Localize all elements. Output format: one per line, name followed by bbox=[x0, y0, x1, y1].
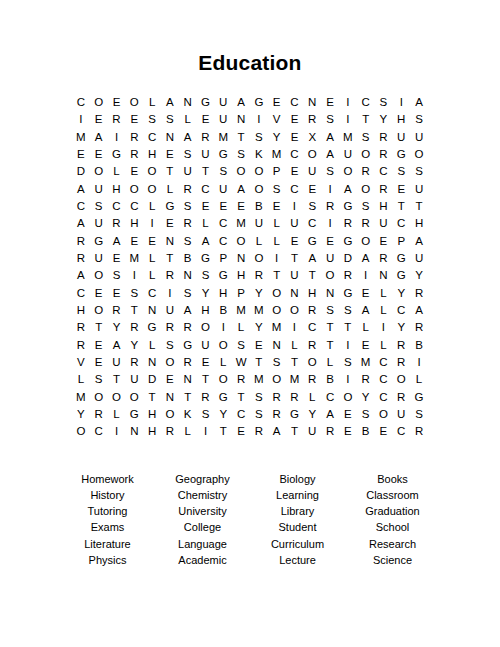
grid-cell-r20c1[interactable]: O bbox=[72, 424, 90, 441]
grid-cell-r18c4[interactable]: O bbox=[125, 389, 143, 406]
grid-cell-r10c15[interactable]: U bbox=[321, 250, 339, 267]
grid-cell-r19c12[interactable]: R bbox=[268, 406, 286, 423]
grid-cell-r18c12[interactable]: R bbox=[268, 389, 286, 406]
grid-cell-r4c7[interactable]: S bbox=[179, 146, 197, 163]
grid-cell-r6c7[interactable]: R bbox=[179, 181, 197, 198]
grid-cell-r6c17[interactable]: O bbox=[357, 181, 375, 198]
grid-cell-r7c2[interactable]: S bbox=[90, 198, 108, 215]
grid-cell-r15c12[interactable]: N bbox=[268, 337, 286, 354]
grid-cell-r6c6[interactable]: L bbox=[161, 181, 179, 198]
grid-cell-r2c3[interactable]: R bbox=[108, 111, 126, 128]
grid-cell-r9c18[interactable]: E bbox=[375, 233, 393, 250]
grid-cell-r3c2[interactable]: A bbox=[90, 129, 108, 146]
grid-cell-r18c15[interactable]: C bbox=[321, 389, 339, 406]
grid-cell-r11c6[interactable]: R bbox=[161, 267, 179, 284]
grid-cell-r12c10[interactable]: P bbox=[232, 285, 250, 302]
grid-cell-r11c1[interactable]: A bbox=[72, 267, 90, 284]
grid-cell-r19c10[interactable]: C bbox=[232, 406, 250, 423]
grid-cell-r4c3[interactable]: G bbox=[108, 146, 126, 163]
grid-cell-r18c3[interactable]: O bbox=[108, 389, 126, 406]
grid-cell-r10c20[interactable]: U bbox=[410, 250, 428, 267]
grid-cell-r3c18[interactable]: R bbox=[375, 129, 393, 146]
grid-cell-r12c4[interactable]: S bbox=[125, 285, 143, 302]
grid-cell-r18c9[interactable]: G bbox=[214, 389, 232, 406]
grid-cell-r5c15[interactable]: S bbox=[321, 163, 339, 180]
grid-cell-r11c13[interactable]: U bbox=[286, 267, 304, 284]
grid-cell-r17c9[interactable]: O bbox=[214, 372, 232, 389]
grid-cell-r6c13[interactable]: C bbox=[286, 181, 304, 198]
grid-cell-r14c6[interactable]: R bbox=[161, 319, 179, 336]
grid-cell-r14c3[interactable]: Y bbox=[108, 319, 126, 336]
grid-cell-r20c6[interactable]: R bbox=[161, 424, 179, 441]
grid-cell-r5c19[interactable]: S bbox=[392, 163, 410, 180]
grid-cell-r10c5[interactable]: L bbox=[143, 250, 161, 267]
grid-cell-r2c1[interactable]: I bbox=[72, 111, 90, 128]
grid-cell-r19c4[interactable]: G bbox=[125, 406, 143, 423]
grid-cell-r1c20[interactable]: A bbox=[410, 94, 428, 111]
grid-cell-r4c20[interactable]: O bbox=[410, 146, 428, 163]
grid-cell-r8c2[interactable]: U bbox=[90, 215, 108, 232]
grid-cell-r13c7[interactable]: A bbox=[179, 302, 197, 319]
grid-cell-r18c10[interactable]: T bbox=[232, 389, 250, 406]
grid-cell-r17c4[interactable]: U bbox=[125, 372, 143, 389]
grid-cell-r3c4[interactable]: R bbox=[125, 129, 143, 146]
grid-cell-r10c16[interactable]: D bbox=[339, 250, 357, 267]
grid-cell-r20c19[interactable]: C bbox=[392, 424, 410, 441]
grid-cell-r16c2[interactable]: E bbox=[90, 354, 108, 371]
grid-cell-r8c11[interactable]: U bbox=[250, 215, 268, 232]
grid-cell-r4c19[interactable]: G bbox=[392, 146, 410, 163]
grid-cell-r17c3[interactable]: T bbox=[108, 372, 126, 389]
grid-cell-r2c2[interactable]: E bbox=[90, 111, 108, 128]
grid-cell-r3c7[interactable]: A bbox=[179, 129, 197, 146]
grid-cell-r14c10[interactable]: L bbox=[232, 319, 250, 336]
grid-cell-r6c1[interactable]: A bbox=[72, 181, 90, 198]
grid-cell-r8c6[interactable]: E bbox=[161, 215, 179, 232]
grid-cell-r6c4[interactable]: O bbox=[125, 181, 143, 198]
grid-cell-r13c6[interactable]: U bbox=[161, 302, 179, 319]
grid-cell-r18c7[interactable]: T bbox=[179, 389, 197, 406]
grid-cell-r15c16[interactable]: I bbox=[339, 337, 357, 354]
grid-cell-r12c13[interactable]: N bbox=[286, 285, 304, 302]
grid-cell-r3c1[interactable]: M bbox=[72, 129, 90, 146]
grid-cell-r11c8[interactable]: S bbox=[197, 267, 215, 284]
grid-cell-r14c4[interactable]: R bbox=[125, 319, 143, 336]
grid-cell-r15c5[interactable]: L bbox=[143, 337, 161, 354]
grid-cell-r19c8[interactable]: S bbox=[197, 406, 215, 423]
grid-cell-r7c8[interactable]: E bbox=[197, 198, 215, 215]
grid-cell-r4c15[interactable]: A bbox=[321, 146, 339, 163]
grid-cell-r8c5[interactable]: I bbox=[143, 215, 161, 232]
grid-cell-r9c20[interactable]: A bbox=[410, 233, 428, 250]
grid-cell-r17c7[interactable]: N bbox=[179, 372, 197, 389]
grid-cell-r14c17[interactable]: L bbox=[357, 319, 375, 336]
grid-cell-r16c7[interactable]: R bbox=[179, 354, 197, 371]
grid-cell-r15c20[interactable]: B bbox=[410, 337, 428, 354]
grid-cell-r2c15[interactable]: S bbox=[321, 111, 339, 128]
grid-cell-r7c7[interactable]: S bbox=[179, 198, 197, 215]
grid-cell-r11c5[interactable]: L bbox=[143, 267, 161, 284]
grid-cell-r1c18[interactable]: S bbox=[375, 94, 393, 111]
grid-cell-r11c9[interactable]: G bbox=[214, 267, 232, 284]
grid-cell-r19c6[interactable]: O bbox=[161, 406, 179, 423]
grid-cell-r2c7[interactable]: L bbox=[179, 111, 197, 128]
grid-cell-r12c8[interactable]: Y bbox=[197, 285, 215, 302]
grid-cell-r8c1[interactable]: A bbox=[72, 215, 90, 232]
grid-cell-r14c11[interactable]: Y bbox=[250, 319, 268, 336]
grid-cell-r9c5[interactable]: E bbox=[143, 233, 161, 250]
grid-cell-r15c8[interactable]: U bbox=[197, 337, 215, 354]
grid-cell-r13c12[interactable]: O bbox=[268, 302, 286, 319]
grid-cell-r1c10[interactable]: A bbox=[232, 94, 250, 111]
grid-cell-r18c20[interactable]: G bbox=[410, 389, 428, 406]
grid-cell-r14c2[interactable]: T bbox=[90, 319, 108, 336]
grid-cell-r4c5[interactable]: H bbox=[143, 146, 161, 163]
grid-cell-r20c18[interactable]: E bbox=[375, 424, 393, 441]
grid-cell-r2c12[interactable]: V bbox=[268, 111, 286, 128]
grid-cell-r20c16[interactable]: E bbox=[339, 424, 357, 441]
grid-cell-r3c11[interactable]: S bbox=[250, 129, 268, 146]
grid-cell-r8c18[interactable]: U bbox=[375, 215, 393, 232]
grid-cell-r15c6[interactable]: S bbox=[161, 337, 179, 354]
grid-cell-r2c8[interactable]: E bbox=[197, 111, 215, 128]
grid-cell-r6c9[interactable]: U bbox=[214, 181, 232, 198]
grid-cell-r2c9[interactable]: U bbox=[214, 111, 232, 128]
grid-cell-r18c14[interactable]: L bbox=[303, 389, 321, 406]
grid-cell-r4c13[interactable]: C bbox=[286, 146, 304, 163]
grid-cell-r14c7[interactable]: R bbox=[179, 319, 197, 336]
grid-cell-r18c16[interactable]: O bbox=[339, 389, 357, 406]
grid-cell-r4c16[interactable]: U bbox=[339, 146, 357, 163]
grid-cell-r5c6[interactable]: T bbox=[161, 163, 179, 180]
grid-cell-r6c3[interactable]: H bbox=[108, 181, 126, 198]
grid-cell-r14c20[interactable]: R bbox=[410, 319, 428, 336]
grid-cell-r9c15[interactable]: E bbox=[321, 233, 339, 250]
grid-cell-r13c4[interactable]: T bbox=[125, 302, 143, 319]
grid-cell-r2c6[interactable]: S bbox=[161, 111, 179, 128]
grid-cell-r15c1[interactable]: R bbox=[72, 337, 90, 354]
grid-cell-r6c8[interactable]: C bbox=[197, 181, 215, 198]
grid-cell-r20c13[interactable]: T bbox=[286, 424, 304, 441]
grid-cell-r11c3[interactable]: S bbox=[108, 267, 126, 284]
grid-cell-r4c9[interactable]: G bbox=[214, 146, 232, 163]
grid-cell-r18c5[interactable]: T bbox=[143, 389, 161, 406]
grid-cell-r16c4[interactable]: R bbox=[125, 354, 143, 371]
grid-cell-r13c5[interactable]: N bbox=[143, 302, 161, 319]
grid-cell-r17c13[interactable]: M bbox=[286, 372, 304, 389]
grid-cell-r11c2[interactable]: O bbox=[90, 267, 108, 284]
grid-cell-r3c10[interactable]: T bbox=[232, 129, 250, 146]
grid-cell-r18c8[interactable]: R bbox=[197, 389, 215, 406]
grid-cell-r16c18[interactable]: C bbox=[375, 354, 393, 371]
grid-cell-r7c3[interactable]: C bbox=[108, 198, 126, 215]
grid-cell-r19c2[interactable]: R bbox=[90, 406, 108, 423]
grid-cell-r19c20[interactable]: S bbox=[410, 406, 428, 423]
grid-cell-r6c11[interactable]: O bbox=[250, 181, 268, 198]
grid-cell-r19c15[interactable]: A bbox=[321, 406, 339, 423]
grid-cell-r13c1[interactable]: H bbox=[72, 302, 90, 319]
grid-cell-r12c16[interactable]: G bbox=[339, 285, 357, 302]
grid-cell-r8c4[interactable]: H bbox=[125, 215, 143, 232]
grid-cell-r3c13[interactable]: E bbox=[286, 129, 304, 146]
grid-cell-r3c15[interactable]: A bbox=[321, 129, 339, 146]
grid-cell-r18c18[interactable]: C bbox=[375, 389, 393, 406]
grid-cell-r5c8[interactable]: T bbox=[197, 163, 215, 180]
grid-cell-r8c19[interactable]: C bbox=[392, 215, 410, 232]
grid-cell-r7c9[interactable]: E bbox=[214, 198, 232, 215]
grid-cell-r4c18[interactable]: R bbox=[375, 146, 393, 163]
grid-cell-r17c5[interactable]: D bbox=[143, 372, 161, 389]
grid-cell-r5c10[interactable]: O bbox=[232, 163, 250, 180]
grid-cell-r20c3[interactable]: I bbox=[108, 424, 126, 441]
grid-cell-r9c16[interactable]: G bbox=[339, 233, 357, 250]
grid-cell-r1c17[interactable]: C bbox=[357, 94, 375, 111]
grid-cell-r2c20[interactable]: S bbox=[410, 111, 428, 128]
grid-cell-r12c19[interactable]: Y bbox=[392, 285, 410, 302]
grid-cell-r5c9[interactable]: S bbox=[214, 163, 232, 180]
grid-cell-r2c13[interactable]: E bbox=[286, 111, 304, 128]
grid-cell-r20c5[interactable]: H bbox=[143, 424, 161, 441]
grid-cell-r1c5[interactable]: L bbox=[143, 94, 161, 111]
grid-cell-r20c4[interactable]: N bbox=[125, 424, 143, 441]
grid-cell-r7c16[interactable]: G bbox=[339, 198, 357, 215]
grid-cell-r16c19[interactable]: R bbox=[392, 354, 410, 371]
grid-cell-r13c11[interactable]: M bbox=[250, 302, 268, 319]
grid-cell-r17c20[interactable]: L bbox=[410, 372, 428, 389]
grid-cell-r16c3[interactable]: U bbox=[108, 354, 126, 371]
grid-cell-r8c17[interactable]: R bbox=[357, 215, 375, 232]
grid-cell-r11c15[interactable]: O bbox=[321, 267, 339, 284]
grid-cell-r13c15[interactable]: S bbox=[321, 302, 339, 319]
grid-cell-r17c18[interactable]: C bbox=[375, 372, 393, 389]
grid-cell-r4c11[interactable]: K bbox=[250, 146, 268, 163]
grid-cell-r14c18[interactable]: I bbox=[375, 319, 393, 336]
grid-cell-r8c12[interactable]: L bbox=[268, 215, 286, 232]
grid-cell-r17c19[interactable]: O bbox=[392, 372, 410, 389]
grid-cell-r4c6[interactable]: E bbox=[161, 146, 179, 163]
grid-cell-r19c13[interactable]: G bbox=[286, 406, 304, 423]
grid-cell-r14c1[interactable]: R bbox=[72, 319, 90, 336]
grid-cell-r8c13[interactable]: U bbox=[286, 215, 304, 232]
grid-cell-r1c12[interactable]: E bbox=[268, 94, 286, 111]
grid-cell-r18c2[interactable]: O bbox=[90, 389, 108, 406]
grid-cell-r16c11[interactable]: T bbox=[250, 354, 268, 371]
grid-cell-r11c16[interactable]: R bbox=[339, 267, 357, 284]
grid-cell-r17c11[interactable]: M bbox=[250, 372, 268, 389]
grid-cell-r10c13[interactable]: T bbox=[286, 250, 304, 267]
grid-cell-r16c17[interactable]: M bbox=[357, 354, 375, 371]
grid-cell-r16c6[interactable]: O bbox=[161, 354, 179, 371]
grid-cell-r1c11[interactable]: G bbox=[250, 94, 268, 111]
grid-cell-r7c14[interactable]: S bbox=[303, 198, 321, 215]
grid-cell-r10c2[interactable]: U bbox=[90, 250, 108, 267]
grid-cell-r18c11[interactable]: S bbox=[250, 389, 268, 406]
grid-cell-r1c16[interactable]: I bbox=[339, 94, 357, 111]
grid-cell-r4c1[interactable]: E bbox=[72, 146, 90, 163]
grid-cell-r12c18[interactable]: L bbox=[375, 285, 393, 302]
grid-cell-r17c6[interactable]: E bbox=[161, 372, 179, 389]
grid-cell-r9c1[interactable]: R bbox=[72, 233, 90, 250]
grid-cell-r2c19[interactable]: H bbox=[392, 111, 410, 128]
grid-cell-r12c6[interactable]: I bbox=[161, 285, 179, 302]
grid-cell-r15c7[interactable]: G bbox=[179, 337, 197, 354]
grid-cell-r12c9[interactable]: H bbox=[214, 285, 232, 302]
grid-cell-r8c15[interactable]: I bbox=[321, 215, 339, 232]
grid-cell-r5c4[interactable]: E bbox=[125, 163, 143, 180]
grid-cell-r14c12[interactable]: M bbox=[268, 319, 286, 336]
grid-cell-r13c2[interactable]: O bbox=[90, 302, 108, 319]
grid-cell-r5c12[interactable]: P bbox=[268, 163, 286, 180]
grid-cell-r10c14[interactable]: A bbox=[303, 250, 321, 267]
grid-cell-r7c10[interactable]: E bbox=[232, 198, 250, 215]
grid-cell-r9c11[interactable]: L bbox=[250, 233, 268, 250]
grid-cell-r10c8[interactable]: G bbox=[197, 250, 215, 267]
grid-cell-r9c12[interactable]: L bbox=[268, 233, 286, 250]
grid-cell-r10c17[interactable]: A bbox=[357, 250, 375, 267]
grid-cell-r12c20[interactable]: R bbox=[410, 285, 428, 302]
grid-cell-r3c5[interactable]: C bbox=[143, 129, 161, 146]
grid-cell-r4c4[interactable]: R bbox=[125, 146, 143, 163]
grid-cell-r1c15[interactable]: E bbox=[321, 94, 339, 111]
grid-cell-r14c5[interactable]: G bbox=[143, 319, 161, 336]
grid-cell-r12c12[interactable]: O bbox=[268, 285, 286, 302]
grid-cell-r4c2[interactable]: E bbox=[90, 146, 108, 163]
grid-cell-r19c18[interactable]: O bbox=[375, 406, 393, 423]
grid-cell-r15c9[interactable]: O bbox=[214, 337, 232, 354]
grid-cell-r7c1[interactable]: C bbox=[72, 198, 90, 215]
grid-cell-r6c2[interactable]: U bbox=[90, 181, 108, 198]
grid-cell-r5c3[interactable]: L bbox=[108, 163, 126, 180]
grid-cell-r5c1[interactable]: D bbox=[72, 163, 90, 180]
grid-cell-r7c11[interactable]: B bbox=[250, 198, 268, 215]
grid-cell-r9c13[interactable]: E bbox=[286, 233, 304, 250]
grid-cell-r9c14[interactable]: G bbox=[303, 233, 321, 250]
grid-cell-r5c2[interactable]: O bbox=[90, 163, 108, 180]
grid-cell-r13c9[interactable]: B bbox=[214, 302, 232, 319]
grid-cell-r11c18[interactable]: N bbox=[375, 267, 393, 284]
grid-cell-r11c11[interactable]: R bbox=[250, 267, 268, 284]
grid-cell-r18c1[interactable]: M bbox=[72, 389, 90, 406]
grid-cell-r6c10[interactable]: A bbox=[232, 181, 250, 198]
grid-cell-r8c8[interactable]: L bbox=[197, 215, 215, 232]
grid-cell-r2c4[interactable]: E bbox=[125, 111, 143, 128]
grid-cell-r11c14[interactable]: T bbox=[303, 267, 321, 284]
grid-cell-r15c13[interactable]: L bbox=[286, 337, 304, 354]
grid-cell-r5c16[interactable]: O bbox=[339, 163, 357, 180]
grid-cell-r8c10[interactable]: M bbox=[232, 215, 250, 232]
grid-cell-r4c10[interactable]: S bbox=[232, 146, 250, 163]
grid-cell-r10c6[interactable]: T bbox=[161, 250, 179, 267]
grid-cell-r12c3[interactable]: E bbox=[108, 285, 126, 302]
grid-cell-r19c11[interactable]: S bbox=[250, 406, 268, 423]
grid-cell-r10c1[interactable]: R bbox=[72, 250, 90, 267]
grid-cell-r17c1[interactable]: L bbox=[72, 372, 90, 389]
grid-cell-r15c18[interactable]: L bbox=[375, 337, 393, 354]
grid-cell-r14c14[interactable]: C bbox=[303, 319, 321, 336]
grid-cell-r13c18[interactable]: L bbox=[375, 302, 393, 319]
grid-cell-r19c14[interactable]: Y bbox=[303, 406, 321, 423]
grid-cell-r8c16[interactable]: R bbox=[339, 215, 357, 232]
grid-cell-r19c5[interactable]: H bbox=[143, 406, 161, 423]
grid-cell-r5c14[interactable]: U bbox=[303, 163, 321, 180]
grid-cell-r17c16[interactable]: I bbox=[339, 372, 357, 389]
grid-cell-r16c14[interactable]: O bbox=[303, 354, 321, 371]
grid-cell-r20c7[interactable]: L bbox=[179, 424, 197, 441]
grid-cell-r16c12[interactable]: S bbox=[268, 354, 286, 371]
grid-cell-r16c20[interactable]: I bbox=[410, 354, 428, 371]
grid-cell-r2c5[interactable]: S bbox=[143, 111, 161, 128]
grid-cell-r3c19[interactable]: U bbox=[392, 129, 410, 146]
grid-cell-r13c20[interactable]: A bbox=[410, 302, 428, 319]
grid-cell-r1c1[interactable]: C bbox=[72, 94, 90, 111]
grid-cell-r20c17[interactable]: B bbox=[357, 424, 375, 441]
grid-cell-r16c10[interactable]: W bbox=[232, 354, 250, 371]
grid-cell-r10c4[interactable]: M bbox=[125, 250, 143, 267]
grid-cell-r10c19[interactable]: G bbox=[392, 250, 410, 267]
grid-cell-r5c18[interactable]: C bbox=[375, 163, 393, 180]
grid-cell-r3c6[interactable]: N bbox=[161, 129, 179, 146]
grid-cell-r16c9[interactable]: L bbox=[214, 354, 232, 371]
grid-cell-r20c14[interactable]: U bbox=[303, 424, 321, 441]
grid-cell-r13c19[interactable]: C bbox=[392, 302, 410, 319]
grid-cell-r11c20[interactable]: Y bbox=[410, 267, 428, 284]
grid-cell-r15c4[interactable]: Y bbox=[125, 337, 143, 354]
grid-cell-r19c16[interactable]: E bbox=[339, 406, 357, 423]
grid-cell-r6c19[interactable]: E bbox=[392, 181, 410, 198]
grid-cell-r6c14[interactable]: E bbox=[303, 181, 321, 198]
grid-cell-r7c15[interactable]: R bbox=[321, 198, 339, 215]
grid-cell-r7c4[interactable]: C bbox=[125, 198, 143, 215]
grid-cell-r17c8[interactable]: T bbox=[197, 372, 215, 389]
grid-cell-r14c8[interactable]: O bbox=[197, 319, 215, 336]
grid-cell-r2c14[interactable]: R bbox=[303, 111, 321, 128]
grid-cell-r6c5[interactable]: O bbox=[143, 181, 161, 198]
grid-cell-r9c2[interactable]: G bbox=[90, 233, 108, 250]
grid-cell-r17c17[interactable]: R bbox=[357, 372, 375, 389]
grid-cell-r15c11[interactable]: E bbox=[250, 337, 268, 354]
grid-cell-r10c9[interactable]: P bbox=[214, 250, 232, 267]
grid-cell-r13c3[interactable]: R bbox=[108, 302, 126, 319]
grid-cell-r7c18[interactable]: H bbox=[375, 198, 393, 215]
grid-cell-r7c6[interactable]: G bbox=[161, 198, 179, 215]
grid-cell-r9c9[interactable]: C bbox=[214, 233, 232, 250]
grid-cell-r3c12[interactable]: Y bbox=[268, 129, 286, 146]
grid-cell-r11c10[interactable]: H bbox=[232, 267, 250, 284]
grid-cell-r4c17[interactable]: O bbox=[357, 146, 375, 163]
grid-cell-r12c7[interactable]: S bbox=[179, 285, 197, 302]
grid-cell-r9c10[interactable]: O bbox=[232, 233, 250, 250]
grid-cell-r13c14[interactable]: R bbox=[303, 302, 321, 319]
grid-cell-r8c7[interactable]: R bbox=[179, 215, 197, 232]
grid-cell-r7c17[interactable]: S bbox=[357, 198, 375, 215]
grid-cell-r4c14[interactable]: O bbox=[303, 146, 321, 163]
grid-cell-r12c17[interactable]: E bbox=[357, 285, 375, 302]
grid-cell-r16c8[interactable]: E bbox=[197, 354, 215, 371]
grid-cell-r2c16[interactable]: I bbox=[339, 111, 357, 128]
grid-cell-r19c19[interactable]: U bbox=[392, 406, 410, 423]
grid-cell-r18c17[interactable]: Y bbox=[357, 389, 375, 406]
grid-cell-r19c7[interactable]: K bbox=[179, 406, 197, 423]
grid-cell-r9c6[interactable]: N bbox=[161, 233, 179, 250]
grid-cell-r20c15[interactable]: R bbox=[321, 424, 339, 441]
grid-cell-r16c5[interactable]: N bbox=[143, 354, 161, 371]
grid-cell-r19c3[interactable]: L bbox=[108, 406, 126, 423]
grid-cell-r11c19[interactable]: G bbox=[392, 267, 410, 284]
grid-cell-r11c4[interactable]: I bbox=[125, 267, 143, 284]
grid-cell-r17c14[interactable]: R bbox=[303, 372, 321, 389]
grid-cell-r5c13[interactable]: E bbox=[286, 163, 304, 180]
grid-cell-r18c6[interactable]: N bbox=[161, 389, 179, 406]
